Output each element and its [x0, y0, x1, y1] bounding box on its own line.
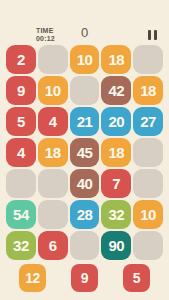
board-tile-28[interactable]: 28	[70, 200, 100, 229]
board-grid: 2101891042185421202741845184075428321032…	[0, 45, 169, 260]
board-tile-18[interactable]: 18	[133, 76, 163, 105]
tray-tile-12[interactable]: 12	[19, 264, 46, 292]
pause-button[interactable]	[147, 29, 158, 41]
board-tile-20[interactable]: 20	[101, 107, 131, 136]
tray-tile-9[interactable]: 9	[71, 264, 98, 292]
board-cell-empty[interactable]	[133, 45, 163, 74]
board-cell-empty[interactable]	[70, 76, 100, 105]
board-cell-empty[interactable]	[38, 45, 68, 74]
tray-tile-5[interactable]: 5	[123, 264, 150, 292]
top-bar: TIME 00:12 0	[0, 0, 169, 45]
board-tile-10[interactable]: 10	[70, 45, 100, 74]
board-tile-40[interactable]: 40	[70, 169, 100, 198]
board-tile-18[interactable]: 18	[101, 138, 131, 167]
board-tile-4[interactable]: 4	[38, 107, 68, 136]
board-tile-10[interactable]: 10	[133, 200, 163, 229]
pause-icon	[154, 30, 157, 40]
score-value: 0	[0, 25, 169, 40]
board-tile-7[interactable]: 7	[101, 169, 131, 198]
board-tile-9[interactable]: 9	[6, 76, 36, 105]
board-tile-42[interactable]: 42	[101, 76, 131, 105]
board-tile-45[interactable]: 45	[70, 138, 100, 167]
board-tile-18[interactable]: 18	[38, 138, 68, 167]
board-cell-empty[interactable]	[6, 169, 36, 198]
board-cell-empty[interactable]	[133, 169, 163, 198]
board-tile-90[interactable]: 90	[101, 231, 131, 260]
board-cell-empty[interactable]	[133, 138, 163, 167]
board-cell-empty[interactable]	[38, 169, 68, 198]
board-tile-21[interactable]: 21	[70, 107, 100, 136]
board-cell-empty[interactable]	[133, 231, 163, 260]
board-tile-10[interactable]: 10	[38, 76, 68, 105]
board-tile-32[interactable]: 32	[101, 200, 131, 229]
board-tile-5[interactable]: 5	[6, 107, 36, 136]
board-cell-empty[interactable]	[38, 200, 68, 229]
board-tile-4[interactable]: 4	[6, 138, 36, 167]
board-tile-32[interactable]: 32	[6, 231, 36, 260]
board-tile-6[interactable]: 6	[38, 231, 68, 260]
pause-icon	[148, 30, 151, 40]
board-tile-2[interactable]: 2	[6, 45, 36, 74]
board-tile-54[interactable]: 54	[6, 200, 36, 229]
board-cell-empty[interactable]	[70, 231, 100, 260]
next-tiles-tray: 1295	[0, 264, 169, 292]
board-tile-18[interactable]: 18	[101, 45, 131, 74]
board-tile-27[interactable]: 27	[133, 107, 163, 136]
